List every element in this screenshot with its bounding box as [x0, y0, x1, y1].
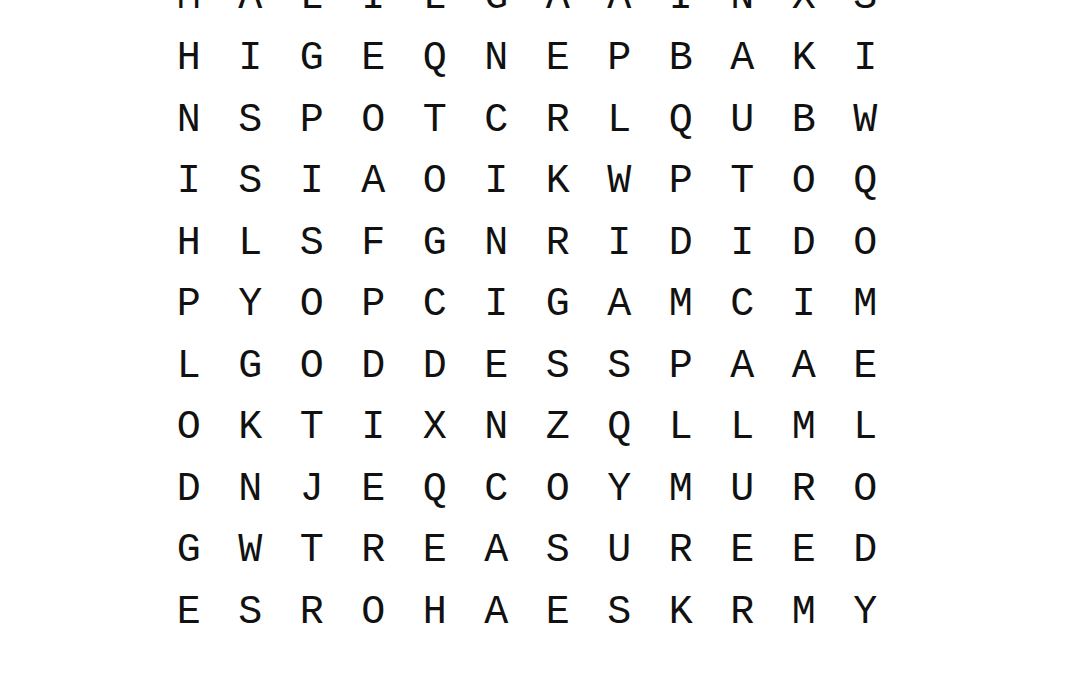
- grid-cell-r2c6[interactable]: N: [466, 29, 528, 91]
- grid-cell-r10c8[interactable]: U: [589, 521, 651, 583]
- grid-cell-r8c3[interactable]: T: [281, 398, 343, 460]
- grid-cell-r7c12[interactable]: E: [835, 336, 897, 398]
- grid-cell-r2c2[interactable]: I: [220, 29, 282, 91]
- grid-cell-r4c9[interactable]: P: [650, 152, 712, 214]
- grid-cell-r10c4[interactable]: R: [343, 521, 405, 583]
- grid-cell-r10c1[interactable]: G: [158, 521, 220, 583]
- grid-cell-r7c9[interactable]: P: [650, 336, 712, 398]
- grid-cell-r2c5[interactable]: Q: [404, 29, 466, 91]
- grid-cell-r10c12[interactable]: D: [835, 521, 897, 583]
- grid-cell-r4c4[interactable]: A: [343, 152, 405, 214]
- grid-cell-r11c10[interactable]: R: [712, 582, 774, 644]
- grid-cell-r2c10[interactable]: A: [712, 29, 774, 91]
- grid-cell-r11c4[interactable]: O: [343, 582, 405, 644]
- grid-cell-r1c11[interactable]: X: [773, 0, 835, 29]
- grid-cell-r6c10[interactable]: C: [712, 275, 774, 337]
- grid-cell-r1c2[interactable]: A: [220, 0, 282, 29]
- grid-cell-r9c11[interactable]: R: [773, 459, 835, 521]
- grid-cell-r10c9[interactable]: R: [650, 521, 712, 583]
- grid-cell-r5c5[interactable]: G: [404, 213, 466, 275]
- grid-cell-r6c1[interactable]: P: [158, 275, 220, 337]
- grid-cell-r9c12[interactable]: O: [835, 459, 897, 521]
- grid-cell-r1c10[interactable]: N: [712, 0, 774, 29]
- grid-cell-r7c4[interactable]: D: [343, 336, 405, 398]
- grid-cell-r8c12[interactable]: L: [835, 398, 897, 460]
- grid-cell-r8c2[interactable]: K: [220, 398, 282, 460]
- grid-cell-r6c9[interactable]: M: [650, 275, 712, 337]
- grid-cell-r2c12[interactable]: I: [835, 29, 897, 91]
- grid-cell-r4c1[interactable]: I: [158, 152, 220, 214]
- grid-cell-r11c7[interactable]: E: [527, 582, 589, 644]
- grid-cell-r8c6[interactable]: N: [466, 398, 528, 460]
- grid-cell-r5c10[interactable]: I: [712, 213, 774, 275]
- grid-cell-r2c8[interactable]: P: [589, 29, 651, 91]
- grid-cell-r7c3[interactable]: O: [281, 336, 343, 398]
- grid-cell-r4c3[interactable]: I: [281, 152, 343, 214]
- grid-cell-r9c1[interactable]: D: [158, 459, 220, 521]
- grid-cell-r8c7[interactable]: Z: [527, 398, 589, 460]
- grid-cell-r4c6[interactable]: I: [466, 152, 528, 214]
- grid-cell-r7c11[interactable]: A: [773, 336, 835, 398]
- grid-cell-r7c6[interactable]: E: [466, 336, 528, 398]
- grid-cell-r6c2[interactable]: Y: [220, 275, 282, 337]
- grid-cell-r3c4[interactable]: O: [343, 90, 405, 152]
- grid-cell-r5c9[interactable]: D: [650, 213, 712, 275]
- grid-cell-r8c1[interactable]: O: [158, 398, 220, 460]
- grid-cell-r10c5[interactable]: E: [404, 521, 466, 583]
- grid-cell-r9c6[interactable]: C: [466, 459, 528, 521]
- grid-cell-r2c11[interactable]: K: [773, 29, 835, 91]
- grid-cell-r9c5[interactable]: Q: [404, 459, 466, 521]
- grid-cell-r11c11[interactable]: M: [773, 582, 835, 644]
- grid-cell-r9c7[interactable]: O: [527, 459, 589, 521]
- grid-cell-r5c2[interactable]: L: [220, 213, 282, 275]
- grid-cell-r7c7[interactable]: S: [527, 336, 589, 398]
- grid-cell-r1c6[interactable]: G: [466, 0, 528, 29]
- grid-cell-r10c11[interactable]: E: [773, 521, 835, 583]
- grid-cell-r6c3[interactable]: O: [281, 275, 343, 337]
- word-search-page: MALILGAAINXSHIGEQNEPBAKINSPOTCRLQUBWISIA…: [0, 0, 1080, 675]
- grid-cell-r10c2[interactable]: W: [220, 521, 282, 583]
- grid-cell-r4c5[interactable]: O: [404, 152, 466, 214]
- grid-cell-r5c12[interactable]: O: [835, 213, 897, 275]
- grid-cell-r4c10[interactable]: T: [712, 152, 774, 214]
- grid-cell-r3c9[interactable]: Q: [650, 90, 712, 152]
- grid-cell-r1c4[interactable]: I: [343, 0, 405, 29]
- grid-cell-r8c5[interactable]: X: [404, 398, 466, 460]
- grid-cell-r9c9[interactable]: M: [650, 459, 712, 521]
- grid-cell-r2c9[interactable]: B: [650, 29, 712, 91]
- grid-cell-r10c3[interactable]: T: [281, 521, 343, 583]
- word-search-grid: MALILGAAINXSHIGEQNEPBAKINSPOTCRLQUBWISIA…: [158, 0, 896, 644]
- grid-cell-r5c6[interactable]: N: [466, 213, 528, 275]
- grid-cell-r11c12[interactable]: Y: [835, 582, 897, 644]
- grid-cell-r2c4[interactable]: E: [343, 29, 405, 91]
- grid-cell-r1c3[interactable]: L: [281, 0, 343, 29]
- grid-cell-r3c5[interactable]: T: [404, 90, 466, 152]
- grid-cell-r3c1[interactable]: N: [158, 90, 220, 152]
- grid-cell-r10c7[interactable]: S: [527, 521, 589, 583]
- grid-cell-r11c6[interactable]: A: [466, 582, 528, 644]
- grid-cell-r3c12[interactable]: W: [835, 90, 897, 152]
- grid-cell-r8c10[interactable]: L: [712, 398, 774, 460]
- grid-cell-r7c2[interactable]: G: [220, 336, 282, 398]
- grid-cell-r4c11[interactable]: O: [773, 152, 835, 214]
- grid-cell-r5c4[interactable]: F: [343, 213, 405, 275]
- grid-cell-r1c9[interactable]: I: [650, 0, 712, 29]
- grid-cell-r7c1[interactable]: L: [158, 336, 220, 398]
- grid-cell-r8c4[interactable]: I: [343, 398, 405, 460]
- grid-cell-r11c5[interactable]: H: [404, 582, 466, 644]
- grid-cell-r10c10[interactable]: E: [712, 521, 774, 583]
- grid-cell-r6c4[interactable]: P: [343, 275, 405, 337]
- grid-cell-r1c5[interactable]: L: [404, 0, 466, 29]
- grid-cell-r5c7[interactable]: R: [527, 213, 589, 275]
- grid-cell-r7c10[interactable]: A: [712, 336, 774, 398]
- grid-cell-r5c8[interactable]: I: [589, 213, 651, 275]
- grid-cell-r8c9[interactable]: L: [650, 398, 712, 460]
- grid-cell-r9c2[interactable]: N: [220, 459, 282, 521]
- grid-cell-r6c7[interactable]: G: [527, 275, 589, 337]
- grid-cell-r9c10[interactable]: U: [712, 459, 774, 521]
- grid-cell-r3c7[interactable]: R: [527, 90, 589, 152]
- grid-cell-r5c1[interactable]: H: [158, 213, 220, 275]
- grid-cell-r11c9[interactable]: K: [650, 582, 712, 644]
- grid-cell-r8c11[interactable]: M: [773, 398, 835, 460]
- grid-cell-r8c8[interactable]: Q: [589, 398, 651, 460]
- grid-cell-r6c11[interactable]: I: [773, 275, 835, 337]
- grid-cell-r6c8[interactable]: A: [589, 275, 651, 337]
- grid-cell-r10c6[interactable]: A: [466, 521, 528, 583]
- grid-cell-r6c5[interactable]: C: [404, 275, 466, 337]
- grid-cell-r3c6[interactable]: C: [466, 90, 528, 152]
- grid-cell-r4c2[interactable]: S: [220, 152, 282, 214]
- grid-cell-r11c8[interactable]: S: [589, 582, 651, 644]
- grid-cell-r3c11[interactable]: B: [773, 90, 835, 152]
- grid-cell-r1c12[interactable]: S: [835, 0, 897, 29]
- grid-cell-r1c8[interactable]: A: [589, 0, 651, 29]
- grid-cell-r9c4[interactable]: E: [343, 459, 405, 521]
- grid-cell-r2c3[interactable]: G: [281, 29, 343, 91]
- grid-cell-r2c1[interactable]: H: [158, 29, 220, 91]
- grid-cell-r4c8[interactable]: W: [589, 152, 651, 214]
- grid-cell-r9c8[interactable]: Y: [589, 459, 651, 521]
- grid-cell-r4c12[interactable]: Q: [835, 152, 897, 214]
- grid-cell-r5c3[interactable]: S: [281, 213, 343, 275]
- grid-cell-r6c6[interactable]: I: [466, 275, 528, 337]
- grid-cell-r7c5[interactable]: D: [404, 336, 466, 398]
- grid-cell-r3c3[interactable]: P: [281, 90, 343, 152]
- grid-cell-r4c7[interactable]: K: [527, 152, 589, 214]
- grid-cell-r1c1[interactable]: M: [158, 0, 220, 29]
- grid-cell-r3c8[interactable]: L: [589, 90, 651, 152]
- grid-cell-r3c2[interactable]: S: [220, 90, 282, 152]
- grid-cell-r2c7[interactable]: E: [527, 29, 589, 91]
- grid-cell-r6c12[interactable]: M: [835, 275, 897, 337]
- grid-cell-r1c7[interactable]: A: [527, 0, 589, 29]
- grid-cell-r7c8[interactable]: S: [589, 336, 651, 398]
- grid-cell-r11c1[interactable]: E: [158, 582, 220, 644]
- grid-cell-r3c10[interactable]: U: [712, 90, 774, 152]
- grid-cell-r11c3[interactable]: R: [281, 582, 343, 644]
- grid-cell-r11c2[interactable]: S: [220, 582, 282, 644]
- grid-cell-r9c3[interactable]: J: [281, 459, 343, 521]
- grid-cell-r5c11[interactable]: D: [773, 213, 835, 275]
